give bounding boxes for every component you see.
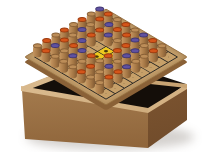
peg-colored-top [113, 59, 122, 64]
peg-colored-top [139, 43, 148, 48]
peg-natural[interactable] [131, 59, 140, 73]
peg-colored-top [78, 38, 87, 43]
peg-colored-top [69, 43, 78, 48]
peg-colored-top [122, 64, 131, 69]
peg-colored-top [113, 69, 122, 74]
peg-colored-top [149, 48, 158, 53]
product-photo-wooden-peg-game [0, 0, 210, 152]
peg-orange[interactable] [104, 74, 113, 88]
peg-orange[interactable] [149, 48, 158, 62]
peg-colored-top [104, 74, 113, 79]
peg-colored-top [86, 74, 95, 79]
peg-colored-top [95, 69, 104, 74]
peg-natural[interactable] [95, 80, 104, 94]
peg-colored-top [104, 22, 113, 27]
peg-colored-top [122, 32, 131, 37]
peg-colored-top [148, 38, 157, 43]
peg-colored-top [86, 12, 95, 17]
peg-colored-top [95, 80, 104, 85]
peg-orange[interactable] [86, 32, 95, 46]
peg-natural[interactable] [140, 54, 149, 68]
peg-natural[interactable] [86, 74, 95, 88]
peg-natural[interactable] [60, 59, 69, 73]
peg-colored-top [140, 54, 149, 59]
peg-colored-top [104, 64, 113, 69]
peg-natural[interactable] [157, 43, 166, 57]
peg-colored-top [51, 32, 60, 37]
peg-orange[interactable] [42, 48, 51, 62]
peg-colored-top [69, 22, 78, 27]
peg-colored-top [157, 43, 166, 48]
peg-colored-top [86, 53, 95, 58]
peg-colored-top [131, 59, 140, 64]
peg-orange[interactable] [113, 69, 122, 83]
peg-purple[interactable] [104, 32, 113, 46]
peg-purple[interactable] [122, 64, 131, 78]
peg-colored-top [122, 53, 131, 58]
peg-colored-top [86, 32, 95, 37]
peg-colored-top [131, 48, 140, 53]
peg-orange[interactable] [77, 69, 86, 83]
